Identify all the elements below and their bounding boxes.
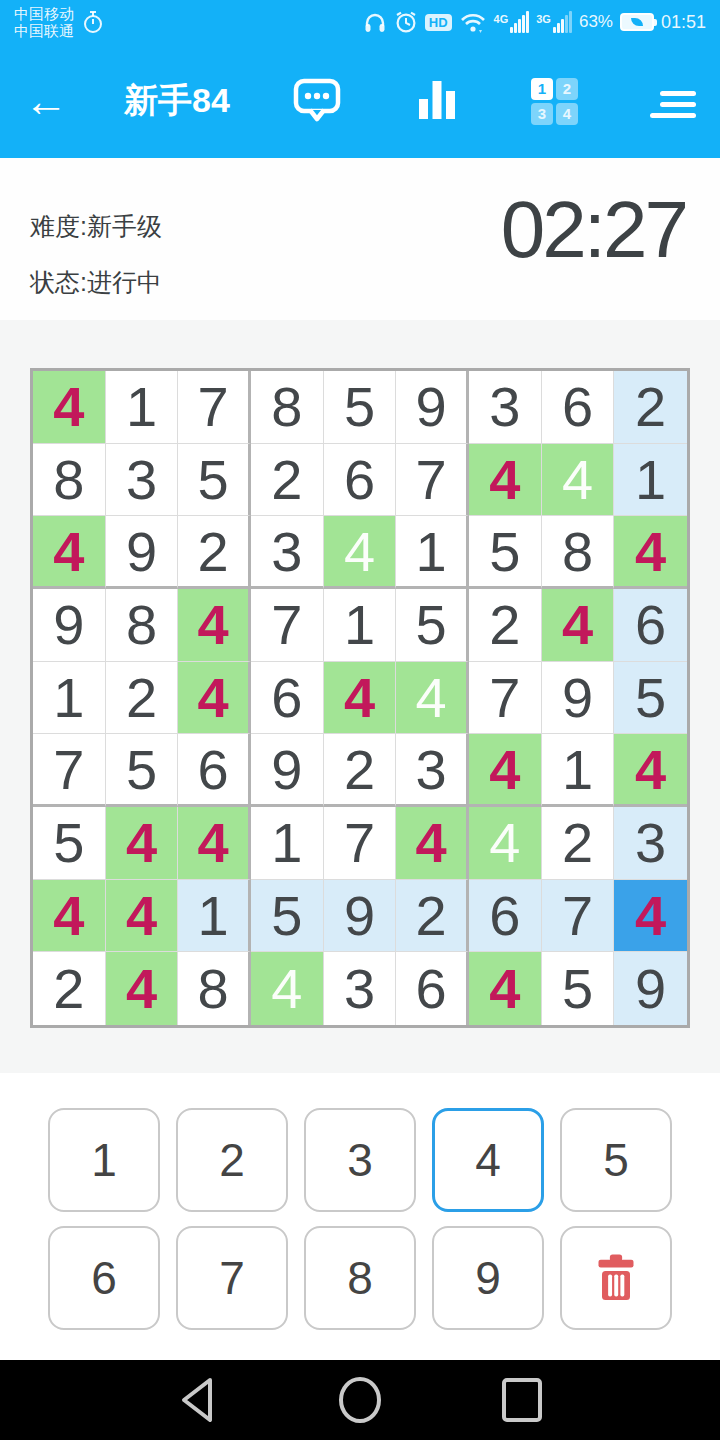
sudoku-cell-r3c4[interactable]: 3 [251,516,324,589]
sudoku-cell-r3c5[interactable]: 4 [324,516,397,589]
sudoku-cell-r7c3[interactable]: 4 [178,807,251,880]
sudoku-cell-r9c3[interactable]: 8 [178,952,251,1025]
status-time: 01:51 [661,12,706,33]
sudoku-cell-r5c8[interactable]: 9 [542,662,615,735]
sudoku-cell-r2c2[interactable]: 3 [106,444,179,517]
signal-3g-label: 3G [536,13,551,25]
hamburger-icon [650,91,696,118]
wifi-icon [459,10,487,34]
sudoku-cell-r6c3[interactable]: 6 [178,734,251,807]
carrier-line1: 中国移动 [14,5,74,22]
sudoku-cell-r4c5[interactable]: 1 [324,589,397,662]
signal-4g-label: 4G [494,13,509,25]
numpad-button-2[interactable]: 2 [176,1108,288,1212]
sudoku-cell-r6c6[interactable]: 3 [396,734,469,807]
sudoku-cell-r5c1[interactable]: 1 [33,662,106,735]
sudoku-cell-r3c8[interactable]: 8 [542,516,615,589]
sudoku-cell-r4c8[interactable]: 4 [542,589,615,662]
sudoku-cell-r9c1[interactable]: 2 [33,952,106,1025]
sudoku-cell-r4c2[interactable]: 8 [106,589,179,662]
hint-chat-button[interactable] [291,73,343,129]
stats-button[interactable] [415,77,459,125]
sudoku-cell-r7c7[interactable]: 4 [469,807,542,880]
sudoku-cell-r3c9[interactable]: 4 [614,516,687,589]
sudoku-cell-r6c4[interactable]: 9 [251,734,324,807]
numpad-button-3[interactable]: 3 [304,1108,416,1212]
sudoku-cell-r1c8[interactable]: 6 [542,371,615,444]
sudoku-cell-r9c6[interactable]: 6 [396,952,469,1025]
signal-3g-icon: 3G [536,11,572,33]
sudoku-cell-r2c9[interactable]: 1 [614,444,687,517]
phone-screen: 中国移动 中国联通 HD 4G 3G 63% [0,0,720,1440]
battery-icon [620,13,654,31]
nav-recents-button[interactable] [497,1375,547,1425]
hd-badge: HD [425,14,452,31]
carrier-text: 中国移动 中国联通 [14,5,74,39]
numpad-button-5[interactable]: 5 [560,1108,672,1212]
grid-cell-3: 3 [531,103,553,125]
bar-chart-icon [415,77,459,121]
numpad-button-1[interactable]: 1 [48,1108,160,1212]
sudoku-cell-r1c9[interactable]: 2 [614,371,687,444]
sudoku-cell-r6c2[interactable]: 5 [106,734,179,807]
sudoku-cell-r9c5[interactable]: 3 [324,952,397,1025]
menu-button[interactable] [650,85,696,118]
chat-bubble-icon [291,73,343,125]
signal-4g-icon: 4G [494,11,530,33]
sudoku-cell-r6c1[interactable]: 7 [33,734,106,807]
grid-cell-2: 2 [556,78,578,100]
sudoku-cell-r3c1[interactable]: 4 [33,516,106,589]
numpad-row-2: 6789 [48,1226,672,1330]
sudoku-cell-r5c9[interactable]: 5 [614,662,687,735]
sudoku-cell-r9c9[interactable]: 9 [614,952,687,1025]
sudoku-cell-r4c9[interactable]: 6 [614,589,687,662]
number-grid-button[interactable]: 1 2 3 4 [531,78,578,125]
sudoku-cell-r8c9[interactable]: 4 [614,880,687,953]
sudoku-cell-r8c7[interactable]: 6 [469,880,542,953]
sudoku-cell-r2c6[interactable]: 7 [396,444,469,517]
board-area: 4178593628352674414923415849847152461246… [0,320,720,1073]
numpad-button-8[interactable]: 8 [304,1226,416,1330]
sudoku-cell-r3c3[interactable]: 2 [178,516,251,589]
sudoku-cell-r4c1[interactable]: 9 [33,589,106,662]
sudoku-cell-r5c5[interactable]: 4 [324,662,397,735]
sudoku-board: 4178593628352674414923415849847152461246… [30,368,690,1028]
sudoku-cell-r5c6[interactable]: 4 [396,662,469,735]
numpad-row-1: 12345 [48,1108,672,1212]
sudoku-cell-r4c6[interactable]: 5 [396,589,469,662]
stopwatch-icon [82,10,104,34]
sudoku-cell-r5c4[interactable]: 6 [251,662,324,735]
sudoku-cell-r8c3[interactable]: 1 [178,880,251,953]
sudoku-cell-r7c9[interactable]: 3 [614,807,687,880]
sudoku-cell-r8c5[interactable]: 9 [324,880,397,953]
sudoku-cell-r1c5[interactable]: 5 [324,371,397,444]
sudoku-cell-r1c4[interactable]: 8 [251,371,324,444]
sudoku-cell-r1c1[interactable]: 4 [33,371,106,444]
page-title: 新手84 [124,78,230,124]
sudoku-cell-r2c1[interactable]: 8 [33,444,106,517]
sudoku-cell-r6c7[interactable]: 4 [469,734,542,807]
sudoku-cell-r7c2[interactable]: 4 [106,807,179,880]
numpad-button-6[interactable]: 6 [48,1226,160,1330]
nav-back-triangle-icon [176,1375,220,1425]
sudoku-cell-r2c7[interactable]: 4 [469,444,542,517]
sudoku-cell-r6c9[interactable]: 4 [614,734,687,807]
sudoku-cell-r5c7[interactable]: 7 [469,662,542,735]
sudoku-cell-r3c7[interactable]: 5 [469,516,542,589]
sudoku-cell-r6c8[interactable]: 1 [542,734,615,807]
back-button[interactable]: ← [24,76,84,126]
sudoku-cell-r2c8[interactable]: 4 [542,444,615,517]
carrier-line2: 中国联通 [14,22,74,39]
numpad-button-4[interactable]: 4 [432,1108,544,1212]
sudoku-cell-r8c1[interactable]: 4 [33,880,106,953]
sudoku-cell-r7c1[interactable]: 5 [33,807,106,880]
numpad: 12345 6789 [0,1073,720,1360]
numpad-button-7[interactable]: 7 [176,1226,288,1330]
game-status-label: 状态:进行中 [30,266,162,299]
sudoku-cell-r1c3[interactable]: 7 [178,371,251,444]
sudoku-cell-r1c2[interactable]: 1 [106,371,179,444]
status-bar: 中国移动 中国联通 HD 4G 3G 63% [0,0,720,44]
app-bar: ← 新手84 1 2 3 4 [0,44,720,158]
nav-back-button[interactable] [173,1375,223,1425]
sudoku-cell-r8c6[interactable]: 2 [396,880,469,953]
delete-button[interactable] [560,1226,672,1330]
android-nav-bar [0,1360,720,1440]
sudoku-cell-r4c3[interactable]: 4 [178,589,251,662]
sudoku-cell-r9c2[interactable]: 4 [106,952,179,1025]
timer: 02:27 [501,184,686,276]
nav-home-button[interactable] [335,1375,385,1425]
trash-icon [588,1248,644,1308]
headphones-icon [363,10,387,34]
sudoku-cell-r6c5[interactable]: 2 [324,734,397,807]
grid-cell-1: 1 [531,78,553,100]
back-arrow-icon: ← [24,76,68,125]
sudoku-cell-r1c7[interactable]: 3 [469,371,542,444]
difficulty-label: 难度:新手级 [30,210,162,243]
sudoku-cell-r9c8[interactable]: 5 [542,952,615,1025]
sudoku-cell-r4c7[interactable]: 2 [469,589,542,662]
sudoku-cell-r9c4[interactable]: 4 [251,952,324,1025]
sudoku-cell-r4c4[interactable]: 7 [251,589,324,662]
sudoku-cell-r3c2[interactable]: 9 [106,516,179,589]
nav-recents-square-icon [498,1375,546,1425]
info-panel: 难度:新手级 状态:进行中 02:27 [0,158,720,320]
sudoku-cell-r8c8[interactable]: 7 [542,880,615,953]
sudoku-cell-r8c2[interactable]: 4 [106,880,179,953]
sudoku-cell-r5c3[interactable]: 4 [178,662,251,735]
sudoku-cell-r7c4[interactable]: 1 [251,807,324,880]
grid-cell-4: 4 [556,103,578,125]
sudoku-cell-r8c4[interactable]: 5 [251,880,324,953]
sudoku-cell-r3c6[interactable]: 1 [396,516,469,589]
sudoku-cell-r1c6[interactable]: 9 [396,371,469,444]
sudoku-cell-r5c2[interactable]: 2 [106,662,179,735]
sudoku-cell-r2c4[interactable]: 2 [251,444,324,517]
alarm-clock-icon [394,10,418,34]
battery-percent: 63% [579,12,613,32]
sudoku-cell-r7c5[interactable]: 7 [324,807,397,880]
sudoku-cell-r2c3[interactable]: 5 [178,444,251,517]
numpad-button-9[interactable]: 9 [432,1226,544,1330]
sudoku-cell-r2c5[interactable]: 6 [324,444,397,517]
sudoku-cell-r9c7[interactable]: 4 [469,952,542,1025]
nav-home-circle-icon [335,1375,385,1425]
sudoku-cell-r7c6[interactable]: 4 [396,807,469,880]
sudoku-cell-r7c8[interactable]: 2 [542,807,615,880]
